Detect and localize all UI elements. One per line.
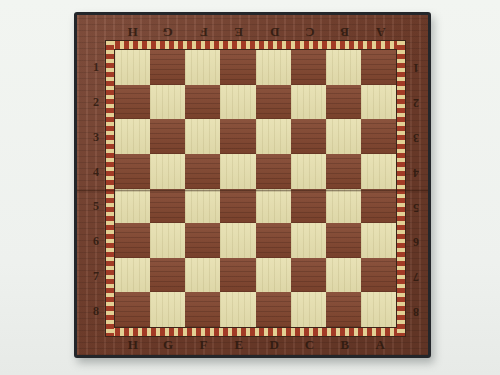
square-h1[interactable] bbox=[115, 50, 150, 85]
board-squares-grid bbox=[114, 49, 397, 328]
square-h6[interactable] bbox=[115, 223, 150, 258]
square-h7[interactable] bbox=[115, 258, 150, 293]
square-a2[interactable] bbox=[361, 85, 396, 120]
square-d8[interactable] bbox=[256, 292, 291, 327]
file-bottom-label: D bbox=[257, 337, 292, 355]
square-c6[interactable] bbox=[291, 223, 326, 258]
file-bottom-label: C bbox=[292, 337, 327, 355]
file-labels-bottom: HGFEDCBA bbox=[115, 337, 398, 355]
square-f5[interactable] bbox=[185, 189, 220, 224]
rank-right-label: 7 bbox=[405, 259, 427, 294]
file-top-label: C bbox=[292, 22, 327, 40]
square-d4[interactable] bbox=[256, 154, 291, 189]
square-d2[interactable] bbox=[256, 85, 291, 120]
square-g1[interactable] bbox=[150, 50, 185, 85]
square-e6[interactable] bbox=[220, 223, 255, 258]
square-c7[interactable] bbox=[291, 258, 326, 293]
rank-left-label: 7 bbox=[85, 259, 107, 294]
file-top-label: A bbox=[363, 22, 398, 40]
square-h3[interactable] bbox=[115, 119, 150, 154]
square-c5[interactable] bbox=[291, 189, 326, 224]
file-bottom-label: E bbox=[221, 337, 256, 355]
square-g5[interactable] bbox=[150, 189, 185, 224]
square-h8[interactable] bbox=[115, 292, 150, 327]
square-b3[interactable] bbox=[326, 119, 361, 154]
square-e1[interactable] bbox=[220, 50, 255, 85]
trim-bottom-strip bbox=[106, 328, 405, 336]
square-a5[interactable] bbox=[361, 189, 396, 224]
file-bottom-label: H bbox=[115, 337, 150, 355]
square-d6[interactable] bbox=[256, 223, 291, 258]
rank-right-label: 1 bbox=[405, 50, 427, 85]
file-labels-top: HGFEDCBA bbox=[115, 22, 398, 40]
square-b6[interactable] bbox=[326, 223, 361, 258]
square-f4[interactable] bbox=[185, 154, 220, 189]
square-g3[interactable] bbox=[150, 119, 185, 154]
square-g6[interactable] bbox=[150, 223, 185, 258]
rank-right-label: 2 bbox=[405, 85, 427, 120]
trim-right-strip bbox=[397, 41, 405, 336]
square-h5[interactable] bbox=[115, 189, 150, 224]
chessboard: HGFEDCBA HGFEDCBA 12345678 12345678 bbox=[74, 12, 431, 358]
file-top-label: E bbox=[221, 22, 256, 40]
rank-right-label: 8 bbox=[405, 294, 427, 329]
square-b4[interactable] bbox=[326, 154, 361, 189]
file-top-label: B bbox=[327, 22, 362, 40]
rank-labels-left: 12345678 bbox=[85, 50, 107, 329]
rank-left-label: 1 bbox=[85, 50, 107, 85]
square-g7[interactable] bbox=[150, 258, 185, 293]
square-b1[interactable] bbox=[326, 50, 361, 85]
square-a3[interactable] bbox=[361, 119, 396, 154]
file-top-label: D bbox=[257, 22, 292, 40]
square-d7[interactable] bbox=[256, 258, 291, 293]
square-e8[interactable] bbox=[220, 292, 255, 327]
rank-left-label: 2 bbox=[85, 85, 107, 120]
square-a7[interactable] bbox=[361, 258, 396, 293]
decorative-checkered-trim bbox=[105, 40, 406, 337]
file-top-label: F bbox=[186, 22, 221, 40]
rank-left-label: 4 bbox=[85, 155, 107, 190]
file-bottom-label: F bbox=[186, 337, 221, 355]
rank-left-label: 6 bbox=[85, 224, 107, 259]
square-d5[interactable] bbox=[256, 189, 291, 224]
square-c1[interactable] bbox=[291, 50, 326, 85]
square-f3[interactable] bbox=[185, 119, 220, 154]
square-a4[interactable] bbox=[361, 154, 396, 189]
rank-left-label: 8 bbox=[85, 294, 107, 329]
file-bottom-label: A bbox=[363, 337, 398, 355]
square-f8[interactable] bbox=[185, 292, 220, 327]
square-c8[interactable] bbox=[291, 292, 326, 327]
rank-right-label: 3 bbox=[405, 120, 427, 155]
square-f1[interactable] bbox=[185, 50, 220, 85]
square-a1[interactable] bbox=[361, 50, 396, 85]
square-b8[interactable] bbox=[326, 292, 361, 327]
rank-right-label: 6 bbox=[405, 224, 427, 259]
rank-right-label: 4 bbox=[405, 155, 427, 190]
square-a8[interactable] bbox=[361, 292, 396, 327]
rank-left-label: 5 bbox=[85, 190, 107, 225]
trim-left-strip bbox=[106, 41, 114, 336]
square-b7[interactable] bbox=[326, 258, 361, 293]
rank-right-label: 5 bbox=[405, 190, 427, 225]
rank-labels-right: 12345678 bbox=[405, 50, 427, 329]
square-g8[interactable] bbox=[150, 292, 185, 327]
square-c4[interactable] bbox=[291, 154, 326, 189]
square-e3[interactable] bbox=[220, 119, 255, 154]
square-c2[interactable] bbox=[291, 85, 326, 120]
square-e5[interactable] bbox=[220, 189, 255, 224]
square-h2[interactable] bbox=[115, 85, 150, 120]
square-c3[interactable] bbox=[291, 119, 326, 154]
square-g2[interactable] bbox=[150, 85, 185, 120]
square-h4[interactable] bbox=[115, 154, 150, 189]
square-f7[interactable] bbox=[185, 258, 220, 293]
file-top-label: H bbox=[115, 22, 150, 40]
square-f2[interactable] bbox=[185, 85, 220, 120]
square-a6[interactable] bbox=[361, 223, 396, 258]
square-f6[interactable] bbox=[185, 223, 220, 258]
square-g4[interactable] bbox=[150, 154, 185, 189]
square-e4[interactable] bbox=[220, 154, 255, 189]
square-b5[interactable] bbox=[326, 189, 361, 224]
file-top-label: G bbox=[150, 22, 185, 40]
square-e2[interactable] bbox=[220, 85, 255, 120]
file-bottom-label: G bbox=[150, 337, 185, 355]
rank-left-label: 3 bbox=[85, 120, 107, 155]
square-e7[interactable] bbox=[220, 258, 255, 293]
trim-top-strip bbox=[106, 41, 405, 49]
square-d3[interactable] bbox=[256, 119, 291, 154]
file-bottom-label: B bbox=[327, 337, 362, 355]
square-d1[interactable] bbox=[256, 50, 291, 85]
square-b2[interactable] bbox=[326, 85, 361, 120]
